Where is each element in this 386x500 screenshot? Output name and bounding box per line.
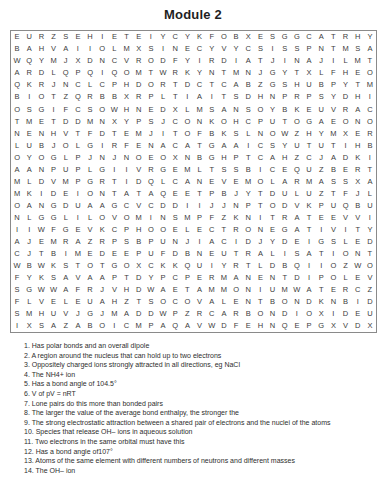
grid-cell: F xyxy=(206,212,218,224)
grid-cell: J xyxy=(352,188,364,200)
grid-cell: J xyxy=(48,79,60,91)
grid-cell: M xyxy=(133,127,145,139)
grid-cell: A xyxy=(11,67,23,79)
grid-cell: V xyxy=(35,296,47,308)
grid-cell: C xyxy=(169,115,181,127)
grid-cell: B xyxy=(133,236,145,248)
grid-cell: Q xyxy=(279,320,291,332)
grid-cell: C xyxy=(242,43,254,55)
grid-cell: E xyxy=(242,320,254,332)
grid-cell: E xyxy=(254,272,266,284)
grid-cell: E xyxy=(35,115,47,127)
grid-cell: C xyxy=(352,284,364,296)
grid-cell: I xyxy=(157,127,169,139)
grid-cell: R xyxy=(169,67,181,79)
grid-cell: R xyxy=(340,103,352,115)
grid-cell: T xyxy=(133,296,145,308)
grid-cell: A xyxy=(84,272,96,284)
grid-cell: M xyxy=(48,55,60,67)
grid-cell: L xyxy=(72,139,84,151)
grid-cell: L xyxy=(218,296,230,308)
grid-cell: S xyxy=(315,91,327,103)
grid-cell: T xyxy=(303,139,315,151)
grid-cell: I xyxy=(254,284,266,296)
grid-cell: A xyxy=(23,163,35,175)
grid-cell: O xyxy=(121,212,133,224)
grid-cell: E xyxy=(108,248,120,260)
grid-cell: V xyxy=(133,200,145,212)
grid-cell: T xyxy=(206,79,218,91)
grid-cell: I xyxy=(11,224,23,236)
grid-cell: F xyxy=(327,67,339,79)
grid-cell: G xyxy=(60,224,72,236)
grid-cell: D xyxy=(242,91,254,103)
grid-cell: I xyxy=(242,139,254,151)
grid-cell: I xyxy=(181,91,193,103)
grid-cell: M xyxy=(72,248,84,260)
grid-cell: A xyxy=(181,175,193,187)
grid-cell: A xyxy=(315,31,327,43)
grid-cell: A xyxy=(327,151,339,163)
grid-cell: U xyxy=(157,236,169,248)
grid-cell: S xyxy=(267,139,279,151)
grid-cell: J xyxy=(315,151,327,163)
clue-item: 8. The larger the value of the average b… xyxy=(24,408,382,418)
grid-cell: V xyxy=(48,175,60,187)
grid-cell: I xyxy=(108,163,120,175)
grid-cell: U xyxy=(303,188,315,200)
grid-cell: G xyxy=(206,139,218,151)
grid-cell: T xyxy=(169,91,181,103)
grid-cell: Y xyxy=(206,43,218,55)
grid-cell: B xyxy=(35,139,47,151)
grid-cell: C xyxy=(254,139,266,151)
grid-cell: D xyxy=(133,308,145,320)
grid-cell: A xyxy=(267,151,279,163)
grid-cell: T xyxy=(352,79,364,91)
grid-cell: E xyxy=(133,139,145,151)
grid-cell: X xyxy=(133,43,145,55)
clue-item: 7. Lone pairs do this more than bonded p… xyxy=(24,399,382,409)
grid-cell: N xyxy=(267,91,279,103)
grid-cell: S xyxy=(84,103,96,115)
grid-cell: I xyxy=(145,212,157,224)
grid-cell: T xyxy=(254,188,266,200)
grid-cell: R xyxy=(96,236,108,248)
grid-cell: I xyxy=(327,308,339,320)
grid-cell: E xyxy=(194,224,206,236)
grid-cell: H xyxy=(303,127,315,139)
grid-cell: P xyxy=(108,272,120,284)
grid-cell: A xyxy=(48,320,60,332)
grid-cell: A xyxy=(60,284,72,296)
grid-cell: V xyxy=(218,43,230,55)
grid-cell: T xyxy=(230,248,242,260)
grid-cell: C xyxy=(145,200,157,212)
grid-cell: I xyxy=(194,200,206,212)
grid-cell: I xyxy=(254,212,266,224)
grid-cell: S xyxy=(60,31,72,43)
grid-cell: Y xyxy=(230,43,242,55)
grid-cell: E xyxy=(145,103,157,115)
grid-cell: I xyxy=(254,163,266,175)
grid-cell: O xyxy=(218,31,230,43)
grid-cell: D xyxy=(157,200,169,212)
grid-cell: A xyxy=(315,115,327,127)
grid-cell: U xyxy=(60,163,72,175)
grid-cell: R xyxy=(133,55,145,67)
grid-cell: J xyxy=(72,308,84,320)
grid-cell: S xyxy=(340,175,352,187)
grid-cell: I xyxy=(340,224,352,236)
grid-cell: G xyxy=(206,151,218,163)
grid-cell: B xyxy=(206,127,218,139)
grid-cell: R xyxy=(145,163,157,175)
grid-cell: C xyxy=(145,260,157,272)
clue-item: 3. Oppositely charged ions strongly attr… xyxy=(24,360,382,370)
grid-cell: Z xyxy=(315,188,327,200)
grid-cell: H xyxy=(254,91,266,103)
grid-cell: H xyxy=(84,31,96,43)
grid-cell: G xyxy=(48,200,60,212)
grid-cell: M xyxy=(11,188,23,200)
grid-cell: V xyxy=(194,296,206,308)
grid-cell: N xyxy=(242,67,254,79)
grid-cell: A xyxy=(96,296,108,308)
grid-cell: O xyxy=(327,260,339,272)
grid-cell: D xyxy=(133,79,145,91)
grid-cell: U xyxy=(364,308,376,320)
grid-cell: E xyxy=(194,272,206,284)
grid-cell: L xyxy=(11,139,23,151)
grid-cell: C xyxy=(267,163,279,175)
grid-cell: N xyxy=(121,151,133,163)
grid-cell: H xyxy=(121,284,133,296)
grid-cell: T xyxy=(133,188,145,200)
grid-cell: G xyxy=(279,224,291,236)
grid-cell: Z xyxy=(60,91,72,103)
grid-cell: Y xyxy=(315,127,327,139)
grid-cell: D xyxy=(291,272,303,284)
grid-cell: I xyxy=(291,308,303,320)
grid-cell: Q xyxy=(72,91,84,103)
grid-cell: M xyxy=(60,175,72,187)
grid-cell: T xyxy=(279,115,291,127)
grid-cell: O xyxy=(303,308,315,320)
grid-cell: V xyxy=(327,103,339,115)
grid-cell: N xyxy=(96,188,108,200)
grid-cell: E xyxy=(352,272,364,284)
grid-cell: P xyxy=(303,320,315,332)
grid-cell: W xyxy=(157,67,169,79)
grid-cell: T xyxy=(218,67,230,79)
grid-cell: N xyxy=(206,67,218,79)
grid-cell: J xyxy=(254,236,266,248)
grid-cell: T xyxy=(121,272,133,284)
grid-cell: A xyxy=(96,272,108,284)
grid-cell: G xyxy=(315,236,327,248)
grid-cell: O xyxy=(96,320,108,332)
grid-cell: C xyxy=(121,200,133,212)
grid-cell: K xyxy=(315,296,327,308)
grid-cell: E xyxy=(352,308,364,320)
grid-cell: T xyxy=(364,248,376,260)
grid-cell: D xyxy=(267,188,279,200)
grid-cell: J xyxy=(84,151,96,163)
grid-cell: O xyxy=(11,200,23,212)
grid-cell: T xyxy=(72,127,84,139)
grid-cell: M xyxy=(230,67,242,79)
grid-cell: I xyxy=(327,55,339,67)
grid-cell: N xyxy=(35,200,47,212)
grid-cell: A xyxy=(230,79,242,91)
grid-cell: G xyxy=(267,67,279,79)
grid-cell: H xyxy=(279,151,291,163)
grid-cell: D xyxy=(279,236,291,248)
grid-cell: A xyxy=(121,308,133,320)
grid-cell: A xyxy=(96,200,108,212)
grid-cell: Y xyxy=(23,151,35,163)
grid-cell: N xyxy=(352,115,364,127)
grid-cell: J xyxy=(254,67,266,79)
grid-cell: S xyxy=(11,284,23,296)
grid-cell: A xyxy=(206,236,218,248)
grid-cell: O xyxy=(218,115,230,127)
grid-cell: N xyxy=(242,296,254,308)
grid-cell: K xyxy=(352,151,364,163)
grid-cell: Y xyxy=(194,67,206,79)
grid-cell: A xyxy=(11,236,23,248)
grid-cell: O xyxy=(84,188,96,200)
grid-cell: L xyxy=(267,248,279,260)
grid-cell: T xyxy=(218,91,230,103)
grid-cell: R xyxy=(352,163,364,175)
grid-cell: V xyxy=(60,308,72,320)
grid-cell: J xyxy=(96,308,108,320)
grid-cell: L xyxy=(194,163,206,175)
grid-cell: D xyxy=(279,308,291,320)
grid-cell: J xyxy=(157,115,169,127)
clue-item: 6. V of pV = nRT xyxy=(24,389,382,399)
grid-cell: E xyxy=(169,188,181,200)
grid-cell: U xyxy=(145,248,157,260)
grid-cell: R xyxy=(35,79,47,91)
grid-cell: S xyxy=(145,296,157,308)
grid-cell: E xyxy=(121,248,133,260)
grid-cell: O xyxy=(60,139,72,151)
grid-cell: D xyxy=(340,151,352,163)
grid-cell: T xyxy=(206,163,218,175)
grid-cell: R xyxy=(157,79,169,91)
grid-cell: B xyxy=(242,79,254,91)
grid-cell: Z xyxy=(291,127,303,139)
grid-cell: G xyxy=(23,284,35,296)
grid-cell: K xyxy=(23,188,35,200)
grid-cell: Q xyxy=(340,200,352,212)
grid-cell: S xyxy=(11,308,23,320)
grid-cell: T xyxy=(327,43,339,55)
grid-cell: S xyxy=(291,43,303,55)
grid-cell: F xyxy=(206,31,218,43)
grid-cell: S xyxy=(230,163,242,175)
grid-cell: P xyxy=(72,151,84,163)
grid-cell: S xyxy=(206,103,218,115)
grid-cell: P xyxy=(72,67,84,79)
grid-cell: T xyxy=(145,67,157,79)
grid-cell: E xyxy=(291,320,303,332)
grid-cell: T xyxy=(327,31,339,43)
grid-cell: L xyxy=(364,188,376,200)
grid-cell: C xyxy=(72,79,84,91)
grid-cell: F xyxy=(230,320,242,332)
grid-cell: M xyxy=(194,103,206,115)
grid-cell: C xyxy=(169,296,181,308)
grid-cell: A xyxy=(242,55,254,67)
grid-cell: Z xyxy=(121,296,133,308)
grid-cell: S xyxy=(327,236,339,248)
grid-cell: B xyxy=(96,91,108,103)
grid-cell: I xyxy=(23,91,35,103)
grid-cell: M xyxy=(352,55,364,67)
grid-cell: T xyxy=(364,163,376,175)
grid-cell: X xyxy=(23,320,35,332)
grid-cell: V xyxy=(108,284,120,296)
grid-cell: I xyxy=(327,248,339,260)
grid-cell: Q xyxy=(108,67,120,79)
grid-cell: S xyxy=(242,103,254,115)
grid-cell: H xyxy=(48,127,60,139)
grid-cell: P xyxy=(279,91,291,103)
grid-cell: O xyxy=(254,308,266,320)
grid-cell: Q xyxy=(291,260,303,272)
grid-cell: C xyxy=(11,248,23,260)
grid-cell: G xyxy=(35,103,47,115)
grid-cell: E xyxy=(72,31,84,43)
grid-cell: T xyxy=(96,260,108,272)
clue-item: 11. Two electrons in the same orbital mu… xyxy=(24,437,382,447)
grid-cell: A xyxy=(23,43,35,55)
grid-cell: B xyxy=(108,91,120,103)
grid-cell: E xyxy=(11,31,23,43)
grid-cell: O xyxy=(340,248,352,260)
grid-cell: I xyxy=(96,67,108,79)
worksheet-page: Module 2 EURZSEHIETEIYCYKFOBXESGGCATRHYB… xyxy=(0,0,386,500)
grid-cell: D xyxy=(35,175,47,187)
grid-cell: D xyxy=(218,320,230,332)
grid-cell: R xyxy=(230,308,242,320)
grid-cell: O xyxy=(267,127,279,139)
grid-cell: O xyxy=(340,115,352,127)
grid-cell: D xyxy=(303,296,315,308)
grid-cell: Q xyxy=(169,320,181,332)
clue-item: 10. Species that release OH– ions in aqu… xyxy=(24,427,382,437)
grid-cell: M xyxy=(242,175,254,187)
grid-cell: U xyxy=(48,308,60,320)
grid-cell: R xyxy=(60,236,72,248)
grid-cell: D xyxy=(72,115,84,127)
grid-cell: P xyxy=(72,163,84,175)
grid-cell: C xyxy=(206,224,218,236)
grid-cell: S xyxy=(145,43,157,55)
grid-cell: U xyxy=(364,200,376,212)
grid-cell: I xyxy=(267,43,279,55)
grid-cell: V xyxy=(60,127,72,139)
grid-cell: C xyxy=(218,79,230,91)
grid-cell: A xyxy=(60,43,72,55)
grid-cell: E xyxy=(72,224,84,236)
grid-cell: Q xyxy=(23,55,35,67)
grid-cell: T xyxy=(254,296,266,308)
grid-cell: V xyxy=(364,272,376,284)
grid-cell: S xyxy=(254,43,266,55)
grid-cell: P xyxy=(315,272,327,284)
grid-cell: P xyxy=(133,248,145,260)
grid-cell: X xyxy=(169,103,181,115)
grid-cell: A xyxy=(145,188,157,200)
grid-cell: F xyxy=(340,188,352,200)
grid-cell: O xyxy=(145,79,157,91)
grid-cell: J xyxy=(23,236,35,248)
grid-cell: V xyxy=(48,43,60,55)
grid-cell: N xyxy=(291,296,303,308)
grid-cell: Z xyxy=(291,151,303,163)
grid-cell: V xyxy=(340,320,352,332)
grid-cell: T xyxy=(11,115,23,127)
grid-cell: R xyxy=(133,91,145,103)
grid-cell: P xyxy=(181,272,193,284)
grid-cell: N xyxy=(145,139,157,151)
grid-cell: C xyxy=(96,79,108,91)
grid-cell: E xyxy=(169,284,181,296)
grid-cell: M xyxy=(340,43,352,55)
grid-cell: B xyxy=(23,260,35,272)
grid-cell: V xyxy=(327,224,339,236)
grid-cell: P xyxy=(72,175,84,187)
grid-cell: L xyxy=(84,212,96,224)
grid-cell: L xyxy=(108,43,120,55)
grid-cell: S xyxy=(23,103,35,115)
grid-cell: V xyxy=(352,212,364,224)
grid-cell: O xyxy=(121,260,133,272)
grid-cell: W xyxy=(35,224,47,236)
grid-cell: V xyxy=(340,212,352,224)
grid-cell: O xyxy=(364,260,376,272)
grid-cell: L xyxy=(242,127,254,139)
grid-cell: C xyxy=(169,139,181,151)
grid-cell: D xyxy=(60,115,72,127)
grid-cell: T xyxy=(48,115,60,127)
grid-cell: B xyxy=(230,31,242,43)
grid-cell: J xyxy=(267,55,279,67)
grid-cell: N xyxy=(35,127,47,139)
grid-cell: L xyxy=(181,103,193,115)
grid-cell: Q xyxy=(11,79,23,91)
grid-cell: O xyxy=(133,151,145,163)
grid-cell: Y xyxy=(23,272,35,284)
grid-cell: M xyxy=(84,115,96,127)
grid-cell: G xyxy=(96,163,108,175)
grid-cell: M xyxy=(181,212,193,224)
grid-cell: D xyxy=(157,103,169,115)
grid-cell: H xyxy=(340,67,352,79)
grid-cell: S xyxy=(218,163,230,175)
grid-cell: P xyxy=(303,43,315,55)
grid-cell: D xyxy=(340,91,352,103)
grid-cell: Y xyxy=(242,188,254,200)
clue-list: 1. Has polar bonds and an overall dipole… xyxy=(24,341,382,475)
grid-cell: R xyxy=(230,260,242,272)
grid-cell: S xyxy=(279,79,291,91)
